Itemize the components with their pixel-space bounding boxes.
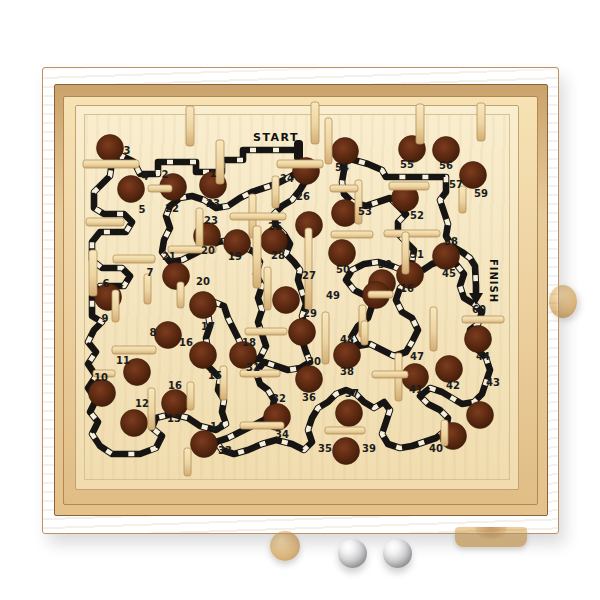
product-photo-labyrinth-game: Wooden tilting labyrinth balance board g… bbox=[0, 0, 600, 600]
playfield-surface bbox=[84, 114, 510, 480]
steel-ball-2 bbox=[383, 539, 412, 568]
steel-ball-1 bbox=[338, 539, 367, 568]
tilt-knob-bottom bbox=[270, 531, 300, 561]
